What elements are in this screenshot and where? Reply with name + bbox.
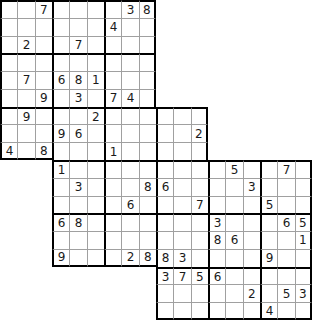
sudoku-cell[interactable] — [139, 89, 156, 107]
sudoku-cell[interactable] — [139, 107, 156, 125]
sudoku-cell[interactable]: 7 — [35, 0, 52, 18]
sudoku-cell[interactable] — [243, 267, 260, 285]
sudoku-cell[interactable] — [260, 160, 277, 178]
sudoku-cell[interactable] — [173, 107, 190, 125]
sudoku-cell[interactable] — [104, 36, 121, 54]
given-digit: 4 — [6, 145, 14, 157]
sudoku-cell[interactable] — [104, 107, 121, 125]
sudoku-cell[interactable] — [156, 124, 173, 142]
sudoku-cell[interactable]: 5 — [277, 284, 294, 302]
given-digit: 1 — [110, 146, 118, 158]
sudoku-cell[interactable]: 6 — [121, 196, 138, 214]
given-digit: 5 — [299, 217, 307, 229]
sudoku-cell[interactable]: 4 — [121, 89, 138, 107]
sudoku-cell[interactable] — [87, 178, 104, 196]
given-digit: 6 — [231, 234, 239, 246]
given-digit: 5 — [283, 288, 291, 300]
sudoku-cell[interactable] — [35, 71, 52, 89]
given-digit: 9 — [23, 111, 31, 123]
sudoku-cell[interactable] — [191, 213, 208, 231]
sudoku-cell[interactable] — [139, 142, 156, 160]
sudoku-cell[interactable] — [173, 302, 190, 320]
sudoku-cell[interactable] — [0, 71, 17, 89]
sudoku-cell[interactable] — [173, 160, 190, 178]
sudoku-cell[interactable] — [243, 231, 260, 249]
sudoku-cell[interactable]: 8 — [69, 213, 86, 231]
sudoku-cell[interactable]: 7 — [104, 89, 121, 107]
sudoku-cell[interactable] — [35, 53, 52, 71]
sudoku-cell[interactable]: 2 — [243, 284, 260, 302]
given-digit: 4 — [266, 305, 274, 317]
sudoku-cell[interactable] — [173, 284, 190, 302]
given-digit: 6 — [283, 217, 291, 229]
sudoku-cell[interactable] — [87, 89, 104, 107]
sudoku-cell[interactable] — [104, 53, 121, 71]
puzzle-board: 7384277681937492962481157386367568365861… — [0, 0, 312, 320]
sudoku-cell[interactable]: 6 — [52, 213, 69, 231]
sudoku-cell[interactable] — [52, 36, 69, 54]
sudoku-cell[interactable] — [173, 178, 190, 196]
sudoku-cell[interactable] — [243, 160, 260, 178]
sudoku-cell[interactable] — [87, 124, 104, 142]
sudoku-cell[interactable] — [156, 284, 173, 302]
sudoku-cell[interactable] — [69, 249, 86, 267]
sudoku-cell[interactable]: 3 — [69, 178, 86, 196]
given-digit: 8 — [40, 145, 48, 157]
given-digit: 7 — [110, 92, 118, 104]
sudoku-cell[interactable] — [156, 213, 173, 231]
sudoku-cell[interactable] — [156, 107, 173, 125]
sudoku-cell[interactable]: 3 — [69, 89, 86, 107]
sudoku-cell[interactable]: 5 — [191, 267, 208, 285]
sudoku-cell[interactable] — [104, 160, 121, 178]
sudoku-cell[interactable]: 6 — [69, 124, 86, 142]
given-digit: 3 — [75, 92, 83, 104]
sudoku-cell[interactable]: 9 — [52, 249, 69, 267]
sudoku-cell[interactable]: 7 — [191, 196, 208, 214]
given-digit: 9 — [58, 251, 66, 263]
sudoku-cell[interactable] — [295, 302, 312, 320]
sudoku-cell[interactable] — [69, 160, 86, 178]
given-digit: 1 — [92, 74, 100, 86]
given-digit: 2 — [195, 128, 203, 140]
given-digit: 7 — [196, 199, 204, 211]
sudoku-cell[interactable] — [277, 178, 294, 196]
sudoku-cell[interactable]: 6 — [52, 71, 69, 89]
sudoku-cell[interactable] — [208, 178, 225, 196]
sudoku-cell[interactable] — [191, 160, 208, 178]
sudoku-cell[interactable]: 9 — [35, 89, 52, 107]
sudoku-cell[interactable] — [139, 231, 156, 249]
sudoku-cell[interactable] — [69, 142, 86, 160]
sudoku-cell[interactable] — [52, 53, 69, 71]
sudoku-cell[interactable] — [69, 0, 86, 18]
given-digit: 3 — [179, 252, 187, 264]
sudoku-cell[interactable] — [139, 124, 156, 142]
given-digit: 8 — [214, 234, 222, 246]
sudoku-cell[interactable]: 9 — [17, 107, 34, 125]
sudoku-cell[interactable] — [208, 302, 225, 320]
sudoku-cell[interactable] — [208, 196, 225, 214]
given-digit: 8 — [144, 251, 152, 263]
sudoku-cell[interactable] — [0, 53, 17, 71]
given-digit: 7 — [23, 74, 31, 86]
sudoku-cell[interactable]: 3 — [295, 284, 312, 302]
sudoku-cell[interactable] — [260, 178, 277, 196]
given-digit: 7 — [40, 4, 48, 16]
sudoku-cell[interactable] — [17, 142, 34, 160]
sudoku-cell[interactable]: 4 — [260, 302, 277, 320]
sudoku-cell[interactable] — [87, 160, 104, 178]
sudoku-cell[interactable]: 8 — [35, 142, 52, 160]
sudoku-cell[interactable]: 8 — [139, 0, 156, 18]
sudoku-cell[interactable] — [35, 18, 52, 36]
sudoku-cell[interactable] — [277, 231, 294, 249]
sudoku-cell[interactable] — [191, 231, 208, 249]
sudoku-cell[interactable] — [139, 196, 156, 214]
sudoku-cell[interactable]: 9 — [52, 124, 69, 142]
given-digit: 4 — [127, 92, 135, 104]
given-digit: 2 — [248, 288, 256, 300]
sudoku-cell[interactable] — [52, 18, 69, 36]
sudoku-cell[interactable] — [121, 213, 138, 231]
given-digit: 7 — [179, 271, 187, 283]
sudoku-cell[interactable] — [191, 249, 208, 267]
sudoku-cell[interactable] — [191, 302, 208, 320]
given-digit: 6 — [58, 74, 66, 86]
sudoku-cell[interactable] — [17, 53, 34, 71]
sudoku-cell[interactable] — [191, 178, 208, 196]
sudoku-cell[interactable] — [260, 213, 277, 231]
given-digit: 9 — [58, 128, 66, 140]
sudoku-cell[interactable] — [87, 231, 104, 249]
sudoku-cell[interactable] — [0, 107, 17, 125]
sudoku-cell[interactable] — [87, 196, 104, 214]
sudoku-cell[interactable] — [104, 124, 121, 142]
given-digit: 8 — [143, 4, 151, 16]
sudoku-cell[interactable] — [260, 231, 277, 249]
sudoku-cell[interactable] — [121, 36, 138, 54]
sudoku-cell[interactable] — [243, 196, 260, 214]
given-digit: 2 — [92, 111, 100, 123]
sudoku-cell[interactable] — [69, 107, 86, 125]
sudoku-cell[interactable]: 2 — [121, 249, 138, 267]
sudoku-cell[interactable] — [121, 18, 138, 36]
sudoku-cell[interactable] — [121, 178, 138, 196]
sudoku-cell[interactable] — [35, 124, 52, 142]
given-digit: 3 — [248, 181, 256, 193]
sudoku-cell[interactable] — [17, 124, 34, 142]
given-digit: 4 — [110, 21, 118, 33]
given-digit: 8 — [144, 181, 152, 193]
sudoku-cell[interactable] — [17, 18, 34, 36]
sudoku-cell[interactable]: 1 — [52, 160, 69, 178]
sudoku-cell[interactable] — [277, 267, 294, 285]
sudoku-cell[interactable] — [173, 142, 190, 160]
sudoku-cell[interactable] — [156, 231, 173, 249]
given-digit: 2 — [23, 39, 31, 51]
sudoku-cell[interactable]: 8 — [69, 71, 86, 89]
sudoku-cell[interactable] — [87, 0, 104, 18]
sudoku-cell[interactable] — [0, 0, 17, 18]
sudoku-cell[interactable] — [295, 178, 312, 196]
sudoku-cell[interactable] — [104, 249, 121, 267]
sudoku-cell[interactable] — [121, 142, 138, 160]
sudoku-cell[interactable]: 7 — [17, 71, 34, 89]
sudoku-cell[interactable]: 7 — [173, 267, 190, 285]
sudoku-cell[interactable] — [121, 107, 138, 125]
given-digit: 3 — [299, 288, 307, 300]
sudoku-cell[interactable] — [295, 267, 312, 285]
sudoku-cell[interactable]: 8 — [139, 249, 156, 267]
sudoku-cell[interactable] — [87, 36, 104, 54]
sudoku-cell[interactable] — [173, 124, 190, 142]
sudoku-cell[interactable] — [173, 231, 190, 249]
sudoku-cell[interactable] — [17, 89, 34, 107]
sudoku-cell[interactable] — [87, 18, 104, 36]
sudoku-cell[interactable] — [139, 18, 156, 36]
sudoku-cell[interactable] — [69, 53, 86, 71]
sudoku-cell[interactable] — [35, 107, 52, 125]
given-digit: 6 — [162, 181, 170, 193]
sudoku-cell[interactable]: 2 — [17, 36, 34, 54]
sudoku-cell[interactable]: 5 — [225, 160, 242, 178]
sudoku-cell[interactable]: 3 — [121, 0, 138, 18]
sudoku-cell[interactable]: 8 — [208, 231, 225, 249]
given-digit: 9 — [266, 252, 274, 264]
sudoku-cell[interactable] — [139, 71, 156, 89]
sudoku-cell[interactable] — [121, 160, 138, 178]
sudoku-cell[interactable] — [121, 71, 138, 89]
given-digit: 6 — [127, 199, 135, 211]
sudoku-cell[interactable] — [0, 89, 17, 107]
sudoku-cell[interactable] — [295, 196, 312, 214]
sudoku-cell[interactable] — [243, 249, 260, 267]
sudoku-cell[interactable]: 9 — [260, 249, 277, 267]
sudoku-cell[interactable] — [139, 53, 156, 71]
sudoku-cell[interactable]: 4 — [0, 142, 17, 160]
sudoku-cell[interactable] — [87, 249, 104, 267]
given-digit: 3 — [127, 4, 135, 16]
sudoku-cell[interactable] — [191, 142, 208, 160]
sudoku-cell[interactable] — [35, 36, 52, 54]
given-digit: 8 — [162, 252, 170, 264]
given-digit: 3 — [75, 181, 83, 193]
sudoku-cell[interactable] — [139, 36, 156, 54]
sudoku-cell[interactable]: 1 — [295, 231, 312, 249]
given-digit: 7 — [75, 39, 83, 51]
sudoku-cell[interactable] — [69, 18, 86, 36]
sudoku-cell[interactable] — [225, 249, 242, 267]
sudoku-cell[interactable]: 4 — [104, 18, 121, 36]
sudoku-cell[interactable]: 7 — [277, 160, 294, 178]
sudoku-cell[interactable] — [277, 196, 294, 214]
sudoku-cell[interactable] — [156, 142, 173, 160]
sudoku-cell[interactable] — [277, 302, 294, 320]
sudoku-cell[interactable] — [208, 284, 225, 302]
sudoku-cell[interactable] — [225, 302, 242, 320]
sudoku-cell[interactable] — [121, 53, 138, 71]
sudoku-cell[interactable] — [52, 231, 69, 249]
given-digit: 8 — [75, 217, 83, 229]
sudoku-cell[interactable] — [104, 213, 121, 231]
sudoku-cell[interactable] — [104, 196, 121, 214]
sudoku-cell[interactable] — [225, 196, 242, 214]
sudoku-cell[interactable] — [139, 160, 156, 178]
sudoku-cell[interactable] — [277, 249, 294, 267]
sudoku-cell[interactable] — [69, 196, 86, 214]
sudoku-cell[interactable] — [87, 213, 104, 231]
given-digit: 9 — [40, 92, 48, 104]
sudoku-cell[interactable] — [104, 231, 121, 249]
sudoku-cell[interactable] — [0, 36, 17, 54]
sudoku-cell[interactable] — [69, 231, 86, 249]
sudoku-cell[interactable] — [225, 267, 242, 285]
sudoku-cell[interactable] — [52, 142, 69, 160]
sudoku-cell[interactable] — [139, 213, 156, 231]
given-digit: 3 — [162, 271, 170, 283]
sudoku-cell[interactable]: 2 — [191, 124, 208, 142]
given-digit: 7 — [283, 164, 291, 176]
given-digit: 2 — [127, 251, 135, 263]
sudoku-cell[interactable] — [0, 18, 17, 36]
sudoku-cell[interactable] — [87, 53, 104, 71]
given-digit: 5 — [196, 271, 204, 283]
sudoku-cell[interactable] — [52, 0, 69, 18]
sudoku-cell[interactable] — [243, 302, 260, 320]
sudoku-cell[interactable] — [191, 107, 208, 125]
sudoku-cell[interactable] — [87, 142, 104, 160]
sudoku-cell[interactable]: 5 — [295, 213, 312, 231]
given-digit: 1 — [299, 234, 307, 246]
sudoku-cell[interactable] — [52, 107, 69, 125]
sudoku-cell[interactable]: 1 — [87, 71, 104, 89]
given-digit: 8 — [75, 74, 83, 86]
sudoku-cell[interactable] — [225, 178, 242, 196]
sudoku-cell[interactable] — [260, 267, 277, 285]
sudoku-cell[interactable]: 3 — [243, 178, 260, 196]
sudoku-cell[interactable] — [104, 0, 121, 18]
sudoku-cell[interactable]: 3 — [208, 213, 225, 231]
sudoku-cell[interactable] — [260, 284, 277, 302]
sudoku-cell[interactable]: 1 — [104, 142, 121, 160]
sudoku-cell[interactable]: 6 — [156, 178, 173, 196]
sudoku-cell[interactable]: 6 — [208, 267, 225, 285]
sudoku-cell[interactable]: 7 — [69, 36, 86, 54]
sudoku-cell[interactable] — [225, 213, 242, 231]
sudoku-cell[interactable] — [173, 196, 190, 214]
sudoku-cell[interactable]: 8 — [139, 178, 156, 196]
given-digit: 1 — [58, 164, 66, 176]
sudoku-cell[interactable] — [173, 213, 190, 231]
sudoku-cell[interactable]: 8 — [156, 249, 173, 267]
sudoku-cell[interactable] — [121, 231, 138, 249]
sudoku-cell[interactable]: 2 — [87, 107, 104, 125]
sudoku-cell[interactable]: 3 — [156, 267, 173, 285]
sudoku-cell[interactable] — [104, 178, 121, 196]
sudoku-cell[interactable]: 6 — [277, 213, 294, 231]
sudoku-cell[interactable] — [191, 284, 208, 302]
given-digit: 5 — [231, 164, 239, 176]
sudoku-cell[interactable]: 3 — [173, 249, 190, 267]
sudoku-cell[interactable]: 6 — [225, 231, 242, 249]
given-digit: 6 — [214, 271, 222, 283]
sudoku-cell[interactable] — [156, 302, 173, 320]
sudoku-cell[interactable] — [208, 160, 225, 178]
given-digit: 5 — [266, 199, 274, 211]
sudoku-cell[interactable] — [225, 284, 242, 302]
sudoku-cell[interactable] — [0, 124, 17, 142]
given-digit: 3 — [214, 217, 222, 229]
sudoku-cell[interactable] — [295, 160, 312, 178]
sudoku-cell[interactable] — [52, 196, 69, 214]
sudoku-cell[interactable] — [121, 124, 138, 142]
sudoku-cell[interactable] — [208, 249, 225, 267]
sudoku-cell[interactable] — [17, 0, 34, 18]
sudoku-cell[interactable] — [104, 71, 121, 89]
sudoku-cell[interactable] — [156, 160, 173, 178]
sudoku-cell[interactable] — [52, 178, 69, 196]
sudoku-cell[interactable]: 5 — [260, 196, 277, 214]
sudoku-cell[interactable] — [52, 89, 69, 107]
sudoku-cell[interactable] — [243, 213, 260, 231]
given-digit: 6 — [58, 217, 66, 229]
sudoku-cell[interactable] — [295, 249, 312, 267]
sudoku-cell[interactable] — [156, 196, 173, 214]
given-digit: 6 — [75, 128, 83, 140]
